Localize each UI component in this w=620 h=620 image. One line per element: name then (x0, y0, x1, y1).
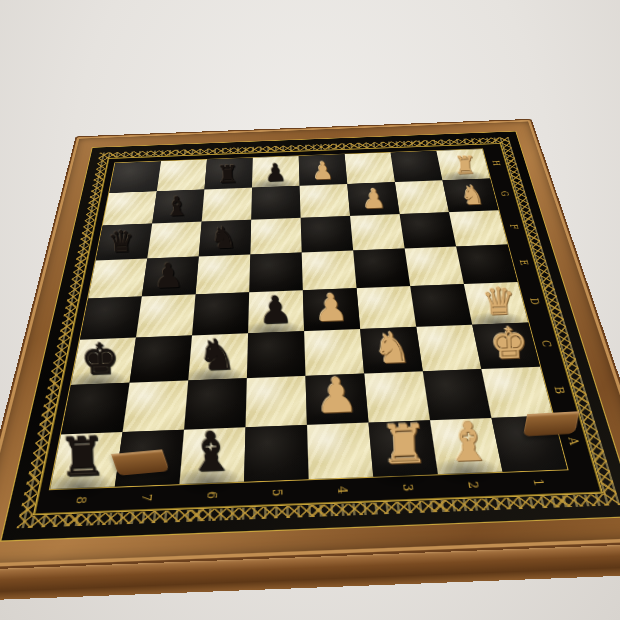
piece-shadow (241, 319, 303, 345)
square-d8[interactable] (80, 296, 142, 339)
square-h6[interactable]: ♜♜ (204, 158, 252, 190)
square-g1[interactable]: ♞♞ (442, 178, 498, 212)
square-g8[interactable] (103, 191, 157, 225)
file-label-B: B (529, 385, 591, 396)
board-foot-left (111, 449, 170, 475)
square-d4[interactable]: ♟♟ (303, 288, 360, 331)
square-h2[interactable] (390, 151, 442, 182)
square-b4[interactable]: ♟♟ (305, 374, 368, 425)
square-b8[interactable] (61, 383, 130, 435)
piece-shadow (40, 470, 117, 504)
square-h8[interactable] (109, 161, 161, 193)
square-b7[interactable] (123, 380, 189, 432)
square-c6[interactable]: ♞♞ (188, 333, 248, 380)
square-b2[interactable] (423, 369, 492, 420)
square-d5[interactable]: ♟♟ (248, 290, 304, 333)
rank-label-4: 4 (332, 461, 351, 520)
squares-grid: ♜♜♟♟♟♟♜♜♝♝♟♟♞♞♛♛♞♞♟♟♟♟♟♟♛♛♚♚♞♞♞♞♚♚♟♟♜♜♝♝… (50, 149, 567, 489)
file-label-E: E (497, 258, 551, 267)
square-e4[interactable] (302, 251, 357, 291)
rank-labels: 87654321 (46, 474, 572, 508)
square-g2[interactable] (395, 180, 449, 214)
square-f6[interactable]: ♞♞ (199, 220, 251, 257)
square-f4[interactable] (301, 216, 354, 253)
square-c8[interactable]: ♚♚ (71, 338, 136, 385)
square-g7[interactable]: ♝♝ (152, 189, 204, 223)
square-e7[interactable]: ♟♟ (142, 256, 199, 296)
rank-label-2: 2 (460, 457, 486, 515)
square-c7[interactable] (130, 335, 192, 382)
square-d7[interactable] (136, 294, 196, 337)
square-f8[interactable]: ♛♛ (96, 224, 152, 261)
chess-board: ♜♜♟♟♟♟♜♜♝♝♟♟♞♞♛♛♞♞♟♟♟♟♟♟♛♛♚♚♞♞♞♞♚♚♟♟♜♜♝♝… (0, 119, 620, 570)
rank-label-7: 7 (134, 469, 156, 528)
square-d1[interactable]: ♛♛ (464, 282, 528, 325)
frame-front-edge (0, 540, 620, 601)
square-f3[interactable] (350, 214, 405, 251)
rank-label-5: 5 (268, 464, 284, 523)
piece-shadow (298, 317, 361, 343)
rank-label-6: 6 (201, 466, 220, 525)
square-d2[interactable] (410, 284, 472, 327)
square-h1[interactable]: ♜♜ (436, 149, 490, 180)
perspective-wrapper: ♜♜♟♟♟♟♜♜♝♝♟♟♞♞♛♛♞♞♟♟♟♟♟♟♛♛♚♚♞♞♞♞♚♚♟♟♜♜♝♝… (22, 7, 599, 584)
square-e6[interactable] (196, 255, 251, 295)
file-label-D: D (507, 297, 564, 306)
file-label-A: A (541, 435, 607, 447)
square-c5[interactable] (247, 331, 306, 378)
square-g5[interactable] (251, 186, 300, 220)
rank-label-8: 8 (67, 471, 93, 530)
file-label-H: H (473, 160, 521, 167)
square-e3[interactable] (353, 249, 410, 289)
piece-shadow (192, 244, 250, 266)
square-d6[interactable] (192, 292, 249, 335)
square-a2[interactable]: ♝♝ (430, 418, 503, 474)
piece-shadow (145, 212, 202, 232)
piece-shadow (171, 465, 244, 499)
file-label-C: C (517, 339, 577, 349)
square-e8[interactable] (88, 258, 147, 298)
file-label-F: F (488, 223, 540, 231)
black-r-piece-h6[interactable]: ♜ (217, 162, 239, 187)
square-c3[interactable]: ♞♞ (360, 327, 423, 374)
square-g4[interactable] (300, 184, 350, 218)
square-h7[interactable] (157, 160, 207, 192)
square-c4[interactable] (304, 329, 364, 376)
square-a4[interactable] (307, 423, 373, 479)
file-label-G: G (480, 190, 530, 198)
square-b6[interactable] (184, 378, 247, 430)
photo-scene: ♜♜♟♟♟♟♜♜♝♝♟♟♞♞♛♛♞♞♟♟♟♟♟♟♛♛♚♚♞♞♞♞♚♚♟♟♜♜♝♝… (0, 0, 620, 620)
square-h5[interactable]: ♟♟ (252, 156, 300, 188)
square-a5[interactable] (244, 425, 309, 482)
rank-label-3: 3 (396, 459, 419, 518)
white-p-piece-g3[interactable]: ♟ (362, 186, 387, 213)
white-r-piece-h1[interactable]: ♜ (454, 153, 476, 178)
white-p-piece-b4[interactable]: ♟ (314, 372, 359, 421)
square-g3[interactable]: ♟♟ (347, 182, 399, 216)
square-g6[interactable] (202, 188, 252, 222)
piece-shadow (246, 177, 299, 196)
gold-fretwork-border: ♜♜♟♟♟♟♜♜♝♝♟♟♞♞♛♛♞♞♟♟♟♟♟♟♛♛♚♚♞♞♞♞♚♚♟♟♜♜♝♝… (11, 135, 620, 534)
square-c2[interactable] (416, 325, 481, 372)
square-f2[interactable] (400, 212, 457, 248)
square-a8[interactable]: ♜♜ (50, 432, 122, 489)
square-c1[interactable]: ♚♚ (472, 323, 540, 370)
square-f7[interactable] (147, 222, 201, 259)
square-b5[interactable] (246, 376, 307, 427)
square-f5[interactable] (250, 218, 301, 255)
piece-shadow (294, 175, 347, 194)
square-e2[interactable] (405, 247, 464, 286)
white-p-piece-h4[interactable]: ♟ (312, 158, 334, 183)
board-field: ♜♜♟♟♟♟♜♜♝♝♟♟♞♞♛♛♞♞♟♟♟♟♟♟♛♛♚♚♞♞♞♞♚♚♟♟♜♜♝♝… (0, 131, 620, 542)
square-h4[interactable]: ♟♟ (299, 154, 348, 186)
board-foot-right (523, 411, 579, 436)
piece-reflection: ♟ (313, 182, 335, 207)
square-b3[interactable] (364, 371, 430, 422)
square-h3[interactable] (345, 152, 395, 183)
square-d3[interactable] (357, 286, 417, 329)
black-p-piece-h5[interactable]: ♟ (264, 160, 286, 185)
black-b-piece-g7[interactable]: ♝ (164, 193, 189, 220)
wooden-frame: ♜♜♟♟♟♟♜♜♝♝♟♟♞♞♛♛♞♞♟♟♟♟♟♟♛♛♚♚♞♞♞♞♚♚♟♟♜♜♝♝… (0, 119, 620, 570)
piece-shadow (344, 205, 400, 225)
piece-reflection: ♟ (265, 184, 287, 209)
square-e5[interactable] (249, 253, 303, 293)
black-p-piece-e7[interactable]: ♟ (153, 258, 184, 293)
